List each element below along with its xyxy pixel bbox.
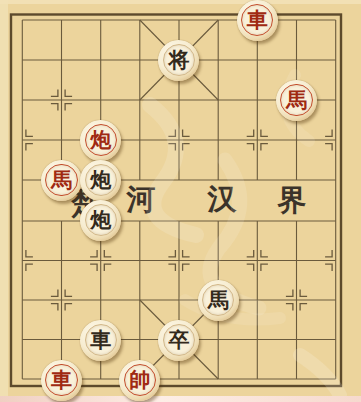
piece-ring: 馬 [202, 284, 234, 316]
piece-red-cannon[interactable]: 炮 [80, 120, 121, 161]
board-intersections[interactable]: 車将馬炮馬炮炮馬車卒車帥 [3, 0, 356, 400]
piece-glyph: 馬 [286, 89, 307, 110]
piece-red-general[interactable]: 帥 [119, 360, 160, 401]
piece-ring: 炮 [85, 204, 117, 236]
piece-glyph: 将 [168, 49, 189, 70]
piece-black-cannon-a[interactable]: 炮 [80, 160, 121, 201]
piece-glyph: 馬 [208, 289, 229, 310]
piece-glyph: 卒 [168, 329, 189, 350]
piece-ring: 帥 [124, 364, 156, 396]
piece-ring: 将 [163, 44, 195, 76]
piece-ring: 卒 [163, 324, 195, 356]
piece-glyph: 炮 [90, 169, 111, 190]
piece-red-chariot-a[interactable]: 車 [237, 0, 278, 41]
piece-glyph: 炮 [90, 129, 111, 150]
piece-red-horse-a[interactable]: 馬 [276, 80, 317, 121]
xiangqi-board: 楚河汉界 車将馬炮馬炮炮馬車卒車帥 [0, 0, 361, 402]
piece-red-chariot-b[interactable]: 車 [41, 360, 82, 401]
piece-glyph: 帥 [129, 369, 150, 390]
piece-ring: 炮 [85, 164, 117, 196]
piece-ring: 車 [85, 324, 117, 356]
piece-red-horse-b[interactable]: 馬 [41, 160, 82, 201]
piece-glyph: 車 [247, 9, 268, 30]
piece-glyph: 車 [90, 329, 111, 350]
piece-black-general[interactable]: 将 [158, 40, 199, 81]
piece-glyph: 馬 [51, 169, 72, 190]
piece-black-cannon-b[interactable]: 炮 [80, 200, 121, 241]
piece-glyph: 車 [51, 369, 72, 390]
piece-ring: 車 [45, 364, 77, 396]
piece-black-soldier[interactable]: 卒 [158, 320, 199, 361]
piece-ring: 車 [241, 4, 273, 36]
piece-ring: 馬 [45, 164, 77, 196]
piece-black-chariot[interactable]: 車 [80, 320, 121, 361]
piece-black-horse[interactable]: 馬 [198, 280, 239, 321]
piece-ring: 炮 [85, 124, 117, 156]
piece-glyph: 炮 [90, 209, 111, 230]
piece-ring: 馬 [280, 84, 312, 116]
